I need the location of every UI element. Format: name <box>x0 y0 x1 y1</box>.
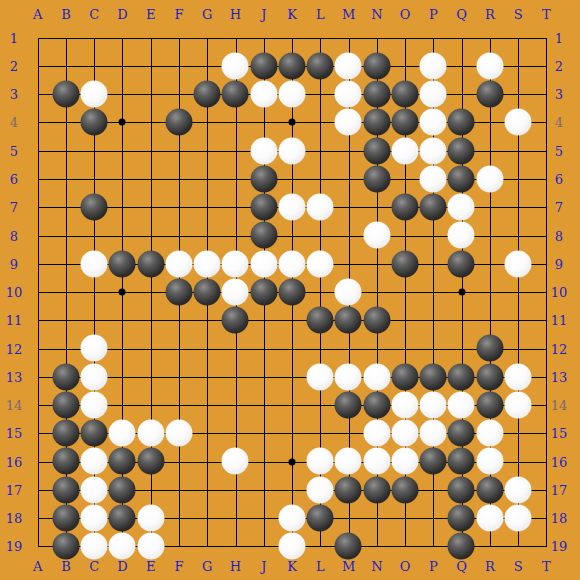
intersection-C18[interactable] <box>80 504 108 532</box>
intersection-P13[interactable] <box>419 363 447 391</box>
intersection-M17[interactable] <box>334 476 362 504</box>
white-stone[interactable] <box>504 250 531 277</box>
intersection-K19[interactable] <box>278 532 306 560</box>
black-stone[interactable] <box>335 533 362 560</box>
intersection-H8[interactable] <box>221 221 249 249</box>
intersection-G2[interactable] <box>193 52 221 80</box>
white-stone[interactable] <box>391 420 418 447</box>
white-stone[interactable] <box>250 250 277 277</box>
intersection-T8[interactable] <box>532 221 560 249</box>
intersection-K14[interactable] <box>278 391 306 419</box>
black-stone[interactable] <box>335 307 362 334</box>
intersection-G16[interactable] <box>193 447 221 475</box>
black-stone[interactable] <box>448 504 475 531</box>
black-stone[interactable] <box>391 81 418 108</box>
intersection-A5[interactable] <box>24 137 52 165</box>
intersection-M18[interactable] <box>334 504 362 532</box>
intersection-Q18[interactable] <box>447 504 475 532</box>
intersection-N2[interactable] <box>363 52 391 80</box>
intersection-E11[interactable] <box>137 306 165 334</box>
intersection-J10[interactable] <box>250 278 278 306</box>
intersection-G15[interactable] <box>193 419 221 447</box>
intersection-F15[interactable] <box>165 419 193 447</box>
intersection-C4[interactable] <box>80 108 108 136</box>
white-stone[interactable] <box>476 420 503 447</box>
intersection-S19[interactable] <box>504 532 532 560</box>
intersection-Q9[interactable] <box>447 250 475 278</box>
intersection-L5[interactable] <box>306 137 334 165</box>
intersection-M7[interactable] <box>334 193 362 221</box>
white-stone[interactable] <box>307 194 334 221</box>
intersection-B5[interactable] <box>52 137 80 165</box>
intersection-O17[interactable] <box>391 476 419 504</box>
white-stone[interactable] <box>448 222 475 249</box>
intersection-R8[interactable] <box>476 221 504 249</box>
intersection-T1[interactable] <box>532 24 560 52</box>
intersection-J13[interactable] <box>250 363 278 391</box>
white-stone[interactable] <box>420 81 447 108</box>
white-stone[interactable] <box>222 250 249 277</box>
intersection-F4[interactable] <box>165 108 193 136</box>
white-stone[interactable] <box>81 391 108 418</box>
white-stone[interactable] <box>81 335 108 362</box>
intersection-D9[interactable] <box>108 250 136 278</box>
intersection-R13[interactable] <box>476 363 504 391</box>
intersection-R17[interactable] <box>476 476 504 504</box>
intersection-L6[interactable] <box>306 165 334 193</box>
white-stone[interactable] <box>222 52 249 79</box>
intersection-E12[interactable] <box>137 334 165 362</box>
black-stone[interactable] <box>194 81 221 108</box>
intersection-R2[interactable] <box>476 52 504 80</box>
intersection-T3[interactable] <box>532 80 560 108</box>
intersection-S7[interactable] <box>504 193 532 221</box>
intersection-S12[interactable] <box>504 334 532 362</box>
intersection-J9[interactable] <box>250 250 278 278</box>
intersection-O6[interactable] <box>391 165 419 193</box>
intersection-K17[interactable] <box>278 476 306 504</box>
intersection-O1[interactable] <box>391 24 419 52</box>
intersection-C2[interactable] <box>80 52 108 80</box>
intersection-C14[interactable] <box>80 391 108 419</box>
black-stone[interactable] <box>363 165 390 192</box>
intersection-E9[interactable] <box>137 250 165 278</box>
white-stone[interactable] <box>109 533 136 560</box>
intersection-P12[interactable] <box>419 334 447 362</box>
intersection-Q4[interactable] <box>447 108 475 136</box>
intersection-B12[interactable] <box>52 334 80 362</box>
intersection-S4[interactable] <box>504 108 532 136</box>
intersection-H15[interactable] <box>221 419 249 447</box>
intersection-F14[interactable] <box>165 391 193 419</box>
intersection-C12[interactable] <box>80 334 108 362</box>
black-stone[interactable] <box>109 250 136 277</box>
intersection-O4[interactable] <box>391 108 419 136</box>
intersection-Q7[interactable] <box>447 193 475 221</box>
black-stone[interactable] <box>335 391 362 418</box>
intersection-J8[interactable] <box>250 221 278 249</box>
intersection-T12[interactable] <box>532 334 560 362</box>
intersection-D4[interactable] <box>108 108 136 136</box>
black-stone[interactable] <box>448 448 475 475</box>
intersection-D6[interactable] <box>108 165 136 193</box>
white-stone[interactable] <box>307 476 334 503</box>
intersection-K18[interactable] <box>278 504 306 532</box>
white-stone[interactable] <box>420 52 447 79</box>
intersection-E18[interactable] <box>137 504 165 532</box>
intersection-P18[interactable] <box>419 504 447 532</box>
intersection-S3[interactable] <box>504 80 532 108</box>
intersection-A9[interactable] <box>24 250 52 278</box>
intersection-Q6[interactable] <box>447 165 475 193</box>
black-stone[interactable] <box>391 363 418 390</box>
intersection-M16[interactable] <box>334 447 362 475</box>
white-stone[interactable] <box>278 250 305 277</box>
intersection-A15[interactable] <box>24 419 52 447</box>
intersection-G9[interactable] <box>193 250 221 278</box>
intersection-N7[interactable] <box>363 193 391 221</box>
white-stone[interactable] <box>307 250 334 277</box>
intersection-B10[interactable] <box>52 278 80 306</box>
white-stone[interactable] <box>137 504 164 531</box>
intersection-L17[interactable] <box>306 476 334 504</box>
intersection-D15[interactable] <box>108 419 136 447</box>
intersection-C1[interactable] <box>80 24 108 52</box>
intersection-G3[interactable] <box>193 80 221 108</box>
intersection-N16[interactable] <box>363 447 391 475</box>
intersection-R18[interactable] <box>476 504 504 532</box>
intersection-N15[interactable] <box>363 419 391 447</box>
intersection-F8[interactable] <box>165 221 193 249</box>
intersection-R7[interactable] <box>476 193 504 221</box>
intersection-O12[interactable] <box>391 334 419 362</box>
intersection-T5[interactable] <box>532 137 560 165</box>
intersection-R1[interactable] <box>476 24 504 52</box>
intersection-S8[interactable] <box>504 221 532 249</box>
intersection-L2[interactable] <box>306 52 334 80</box>
intersection-C9[interactable] <box>80 250 108 278</box>
intersection-O18[interactable] <box>391 504 419 532</box>
white-stone[interactable] <box>504 504 531 531</box>
intersection-R14[interactable] <box>476 391 504 419</box>
intersection-D12[interactable] <box>108 334 136 362</box>
black-stone[interactable] <box>250 52 277 79</box>
intersection-N1[interactable] <box>363 24 391 52</box>
intersection-Q1[interactable] <box>447 24 475 52</box>
white-stone[interactable] <box>335 278 362 305</box>
white-stone[interactable] <box>109 420 136 447</box>
intersection-P1[interactable] <box>419 24 447 52</box>
intersection-Q15[interactable] <box>447 419 475 447</box>
white-stone[interactable] <box>165 250 192 277</box>
intersection-D1[interactable] <box>108 24 136 52</box>
intersection-G14[interactable] <box>193 391 221 419</box>
intersection-R9[interactable] <box>476 250 504 278</box>
black-stone[interactable] <box>448 137 475 164</box>
intersection-E14[interactable] <box>137 391 165 419</box>
intersection-H12[interactable] <box>221 334 249 362</box>
intersection-O7[interactable] <box>391 193 419 221</box>
black-stone[interactable] <box>109 448 136 475</box>
intersection-K2[interactable] <box>278 52 306 80</box>
intersection-J15[interactable] <box>250 419 278 447</box>
black-stone[interactable] <box>420 194 447 221</box>
intersection-F12[interactable] <box>165 334 193 362</box>
intersection-L15[interactable] <box>306 419 334 447</box>
intersection-M9[interactable] <box>334 250 362 278</box>
intersection-N12[interactable] <box>363 334 391 362</box>
black-stone[interactable] <box>52 476 79 503</box>
intersection-L13[interactable] <box>306 363 334 391</box>
intersection-C13[interactable] <box>80 363 108 391</box>
intersection-G19[interactable] <box>193 532 221 560</box>
intersection-A13[interactable] <box>24 363 52 391</box>
white-stone[interactable] <box>81 363 108 390</box>
intersection-D13[interactable] <box>108 363 136 391</box>
intersection-H7[interactable] <box>221 193 249 221</box>
black-stone[interactable] <box>165 109 192 136</box>
intersection-H9[interactable] <box>221 250 249 278</box>
intersection-R19[interactable] <box>476 532 504 560</box>
black-stone[interactable] <box>448 250 475 277</box>
black-stone[interactable] <box>363 137 390 164</box>
white-stone[interactable] <box>137 533 164 560</box>
black-stone[interactable] <box>335 476 362 503</box>
intersection-C6[interactable] <box>80 165 108 193</box>
intersection-O16[interactable] <box>391 447 419 475</box>
intersection-O3[interactable] <box>391 80 419 108</box>
black-stone[interactable] <box>448 363 475 390</box>
white-stone[interactable] <box>222 278 249 305</box>
white-stone[interactable] <box>250 137 277 164</box>
intersection-P5[interactable] <box>419 137 447 165</box>
black-stone[interactable] <box>250 165 277 192</box>
intersection-B7[interactable] <box>52 193 80 221</box>
white-stone[interactable] <box>420 137 447 164</box>
intersection-J7[interactable] <box>250 193 278 221</box>
intersection-E16[interactable] <box>137 447 165 475</box>
intersection-K11[interactable] <box>278 306 306 334</box>
intersection-E5[interactable] <box>137 137 165 165</box>
intersection-H13[interactable] <box>221 363 249 391</box>
intersection-L3[interactable] <box>306 80 334 108</box>
black-stone[interactable] <box>363 391 390 418</box>
intersection-Q5[interactable] <box>447 137 475 165</box>
black-stone[interactable] <box>52 363 79 390</box>
intersection-Q13[interactable] <box>447 363 475 391</box>
intersection-M11[interactable] <box>334 306 362 334</box>
intersection-P15[interactable] <box>419 419 447 447</box>
intersection-B1[interactable] <box>52 24 80 52</box>
intersection-L10[interactable] <box>306 278 334 306</box>
intersection-P14[interactable] <box>419 391 447 419</box>
intersection-C15[interactable] <box>80 419 108 447</box>
black-stone[interactable] <box>448 109 475 136</box>
black-stone[interactable] <box>52 391 79 418</box>
intersection-B18[interactable] <box>52 504 80 532</box>
black-stone[interactable] <box>81 194 108 221</box>
intersection-N17[interactable] <box>363 476 391 504</box>
white-stone[interactable] <box>363 420 390 447</box>
intersection-T13[interactable] <box>532 363 560 391</box>
black-stone[interactable] <box>363 307 390 334</box>
intersection-Q17[interactable] <box>447 476 475 504</box>
intersection-J11[interactable] <box>250 306 278 334</box>
intersection-R10[interactable] <box>476 278 504 306</box>
black-stone[interactable] <box>52 533 79 560</box>
intersection-M13[interactable] <box>334 363 362 391</box>
intersection-H11[interactable] <box>221 306 249 334</box>
intersection-T14[interactable] <box>532 391 560 419</box>
black-stone[interactable] <box>420 363 447 390</box>
intersection-P11[interactable] <box>419 306 447 334</box>
white-stone[interactable] <box>391 391 418 418</box>
intersection-J14[interactable] <box>250 391 278 419</box>
intersection-D17[interactable] <box>108 476 136 504</box>
black-stone[interactable] <box>391 109 418 136</box>
intersection-N3[interactable] <box>363 80 391 108</box>
intersection-A2[interactable] <box>24 52 52 80</box>
intersection-K9[interactable] <box>278 250 306 278</box>
intersection-D10[interactable] <box>108 278 136 306</box>
black-stone[interactable] <box>307 307 334 334</box>
intersection-D14[interactable] <box>108 391 136 419</box>
intersection-F11[interactable] <box>165 306 193 334</box>
intersection-D5[interactable] <box>108 137 136 165</box>
black-stone[interactable] <box>448 165 475 192</box>
white-stone[interactable] <box>420 391 447 418</box>
intersection-O14[interactable] <box>391 391 419 419</box>
black-stone[interactable] <box>278 52 305 79</box>
intersection-J16[interactable] <box>250 447 278 475</box>
intersection-T7[interactable] <box>532 193 560 221</box>
intersection-E13[interactable] <box>137 363 165 391</box>
intersection-G18[interactable] <box>193 504 221 532</box>
black-stone[interactable] <box>109 476 136 503</box>
intersection-A10[interactable] <box>24 278 52 306</box>
intersection-J12[interactable] <box>250 334 278 362</box>
intersection-K13[interactable] <box>278 363 306 391</box>
intersection-A11[interactable] <box>24 306 52 334</box>
intersection-H16[interactable] <box>221 447 249 475</box>
white-stone[interactable] <box>194 250 221 277</box>
black-stone[interactable] <box>250 222 277 249</box>
white-stone[interactable] <box>222 448 249 475</box>
intersection-G6[interactable] <box>193 165 221 193</box>
black-stone[interactable] <box>476 363 503 390</box>
intersection-T6[interactable] <box>532 165 560 193</box>
black-stone[interactable] <box>250 278 277 305</box>
intersection-R15[interactable] <box>476 419 504 447</box>
black-stone[interactable] <box>307 504 334 531</box>
intersection-B15[interactable] <box>52 419 80 447</box>
intersection-F2[interactable] <box>165 52 193 80</box>
intersection-C8[interactable] <box>80 221 108 249</box>
intersection-N6[interactable] <box>363 165 391 193</box>
intersection-K6[interactable] <box>278 165 306 193</box>
black-stone[interactable] <box>109 504 136 531</box>
black-stone[interactable] <box>363 476 390 503</box>
white-stone[interactable] <box>307 363 334 390</box>
intersection-A14[interactable] <box>24 391 52 419</box>
white-stone[interactable] <box>420 420 447 447</box>
intersection-A4[interactable] <box>24 108 52 136</box>
intersection-G17[interactable] <box>193 476 221 504</box>
black-stone[interactable] <box>363 109 390 136</box>
intersection-T19[interactable] <box>532 532 560 560</box>
intersection-L18[interactable] <box>306 504 334 532</box>
intersection-O9[interactable] <box>391 250 419 278</box>
intersection-T11[interactable] <box>532 306 560 334</box>
black-stone[interactable] <box>448 533 475 560</box>
intersection-J5[interactable] <box>250 137 278 165</box>
intersection-G13[interactable] <box>193 363 221 391</box>
intersection-Q8[interactable] <box>447 221 475 249</box>
intersection-E8[interactable] <box>137 221 165 249</box>
intersection-J17[interactable] <box>250 476 278 504</box>
intersection-K5[interactable] <box>278 137 306 165</box>
white-stone[interactable] <box>137 420 164 447</box>
intersection-H10[interactable] <box>221 278 249 306</box>
intersection-E1[interactable] <box>137 24 165 52</box>
intersection-E19[interactable] <box>137 532 165 560</box>
white-stone[interactable] <box>335 363 362 390</box>
white-stone[interactable] <box>504 363 531 390</box>
black-stone[interactable] <box>52 420 79 447</box>
white-stone[interactable] <box>504 476 531 503</box>
intersection-B16[interactable] <box>52 447 80 475</box>
intersection-Q10[interactable] <box>447 278 475 306</box>
white-stone[interactable] <box>476 504 503 531</box>
intersection-P16[interactable] <box>419 447 447 475</box>
black-stone[interactable] <box>137 448 164 475</box>
intersection-O8[interactable] <box>391 221 419 249</box>
intersection-S9[interactable] <box>504 250 532 278</box>
intersection-B17[interactable] <box>52 476 80 504</box>
black-stone[interactable] <box>363 52 390 79</box>
intersection-G12[interactable] <box>193 334 221 362</box>
intersection-R5[interactable] <box>476 137 504 165</box>
intersection-G10[interactable] <box>193 278 221 306</box>
intersection-T10[interactable] <box>532 278 560 306</box>
intersection-S11[interactable] <box>504 306 532 334</box>
intersection-M1[interactable] <box>334 24 362 52</box>
intersection-E2[interactable] <box>137 52 165 80</box>
intersection-F18[interactable] <box>165 504 193 532</box>
intersection-P3[interactable] <box>419 80 447 108</box>
intersection-T16[interactable] <box>532 447 560 475</box>
intersection-J1[interactable] <box>250 24 278 52</box>
intersection-P19[interactable] <box>419 532 447 560</box>
black-stone[interactable] <box>363 81 390 108</box>
intersection-Q11[interactable] <box>447 306 475 334</box>
intersection-C19[interactable] <box>80 532 108 560</box>
intersection-C3[interactable] <box>80 80 108 108</box>
intersection-K16[interactable] <box>278 447 306 475</box>
intersection-M8[interactable] <box>334 221 362 249</box>
intersection-C5[interactable] <box>80 137 108 165</box>
intersection-D3[interactable] <box>108 80 136 108</box>
black-stone[interactable] <box>52 504 79 531</box>
white-stone[interactable] <box>81 504 108 531</box>
intersection-N11[interactable] <box>363 306 391 334</box>
intersection-E15[interactable] <box>137 419 165 447</box>
intersection-S17[interactable] <box>504 476 532 504</box>
intersection-B11[interactable] <box>52 306 80 334</box>
intersection-L8[interactable] <box>306 221 334 249</box>
intersection-N13[interactable] <box>363 363 391 391</box>
intersection-J3[interactable] <box>250 80 278 108</box>
